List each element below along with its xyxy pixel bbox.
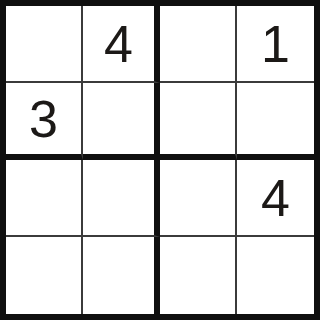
cell-r1c3[interactable] (160, 6, 237, 83)
cell-r2c2[interactable] (83, 83, 160, 160)
cell-r3c3[interactable] (160, 160, 237, 237)
cell-r1c4: 1 (237, 6, 314, 83)
cell-r3c2[interactable] (83, 160, 160, 237)
cell-r4c3[interactable] (160, 237, 237, 314)
sudoku-board: 4 1 3 4 (0, 0, 320, 320)
cell-r3c1[interactable] (6, 160, 83, 237)
cell-r4c1[interactable] (6, 237, 83, 314)
cell-r2c4[interactable] (237, 83, 314, 160)
cell-r4c2[interactable] (83, 237, 160, 314)
cell-r4c4[interactable] (237, 237, 314, 314)
cell-r1c1[interactable] (6, 6, 83, 83)
cell-r2c1: 3 (6, 83, 83, 160)
cell-r1c2: 4 (83, 6, 160, 83)
cell-r2c3[interactable] (160, 83, 237, 160)
cell-r3c4: 4 (237, 160, 314, 237)
